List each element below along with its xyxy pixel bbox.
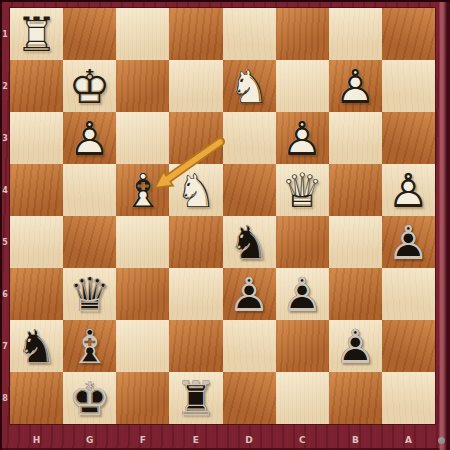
square-d1[interactable] [223,8,276,60]
square-f1[interactable] [116,8,169,60]
square-g3[interactable]: ♟♙ [63,112,116,164]
white-pawn[interactable]: ♟♙ [382,164,435,216]
black-bishop[interactable]: ♝♗ [63,320,116,372]
white-king[interactable]: ♚♔ [63,60,116,112]
black-knight-outline: ♘ [10,320,63,372]
square-f2[interactable] [116,60,169,112]
file-labels: HGFEDCBA [10,424,435,450]
black-queen[interactable]: ♛♕ [63,268,116,320]
file-label-g: G [63,424,116,450]
square-a1[interactable] [382,8,435,60]
square-g6[interactable]: ♛♕ [63,268,116,320]
chess-board: ♜♖♚♔♞♘♟♙♟♙♟♙♝♗♞♘♛♕♟♙♞♘♟♙♛♕♟♙♟♙♞♘♝♗♟♙♚♔♜♖ [10,8,435,424]
white-pawn[interactable]: ♟♙ [329,60,382,112]
white-queen[interactable]: ♛♕ [276,164,329,216]
square-e8[interactable]: ♜♖ [169,372,222,424]
square-f7[interactable] [116,320,169,372]
square-g7[interactable]: ♝♗ [63,320,116,372]
square-h5[interactable] [10,216,63,268]
black-king[interactable]: ♚♔ [63,372,116,424]
square-h2[interactable] [10,60,63,112]
square-c5[interactable] [276,216,329,268]
square-e4[interactable]: ♞♘ [169,164,222,216]
white-queen-outline: ♕ [276,164,329,216]
square-d2[interactable]: ♞♘ [223,60,276,112]
white-knight-outline: ♘ [169,164,222,216]
square-f3[interactable] [116,112,169,164]
square-h1[interactable]: ♜♖ [10,8,63,60]
white-pawn[interactable]: ♟♙ [63,112,116,164]
white-pawn-outline: ♙ [329,60,382,112]
square-b8[interactable] [329,372,382,424]
black-queen-outline: ♕ [63,268,116,320]
square-b7[interactable]: ♟♙ [329,320,382,372]
file-label-e: E [169,424,222,450]
square-a3[interactable] [382,112,435,164]
square-b2[interactable]: ♟♙ [329,60,382,112]
rank-label-5: 5 [0,216,10,268]
black-knight[interactable]: ♞♘ [10,320,63,372]
square-a7[interactable] [382,320,435,372]
square-a2[interactable] [382,60,435,112]
square-c8[interactable] [276,372,329,424]
square-g2[interactable]: ♚♔ [63,60,116,112]
black-pawn-outline: ♙ [223,268,276,320]
file-label-c: C [276,424,329,450]
square-b3[interactable] [329,112,382,164]
square-e3[interactable] [169,112,222,164]
square-h4[interactable] [10,164,63,216]
black-knight-outline: ♘ [223,216,276,268]
square-d6[interactable]: ♟♙ [223,268,276,320]
black-pawn[interactable]: ♟♙ [329,320,382,372]
rank-label-6: 6 [0,268,10,320]
white-pawn-outline: ♙ [276,112,329,164]
black-pawn-outline: ♙ [329,320,382,372]
white-rook-outline: ♖ [10,8,63,60]
black-rook[interactable]: ♜♖ [169,372,222,424]
square-e5[interactable] [169,216,222,268]
square-h3[interactable] [10,112,63,164]
rank-label-4: 4 [0,164,10,216]
square-f8[interactable] [116,372,169,424]
corner-dot [438,437,445,444]
square-d3[interactable] [223,112,276,164]
white-pawn[interactable]: ♟♙ [276,112,329,164]
rank-labels: 12345678 [0,8,10,424]
rank-label-1: 1 [0,8,10,60]
rank-label-8: 8 [0,372,10,424]
rank-label-3: 3 [0,112,10,164]
square-g5[interactable] [63,216,116,268]
white-pawn-outline: ♙ [63,112,116,164]
file-label-f: F [116,424,169,450]
white-pawn-outline: ♙ [382,164,435,216]
square-b1[interactable] [329,8,382,60]
square-c4[interactable]: ♛♕ [276,164,329,216]
square-g8[interactable]: ♚♔ [63,372,116,424]
file-label-b: B [329,424,382,450]
chess-board-frame: ♜♖♚♔♞♘♟♙♟♙♟♙♝♗♞♘♛♕♟♙♞♘♟♙♛♕♟♙♟♙♞♘♝♗♟♙♚♔♜♖… [0,0,450,450]
white-king-outline: ♔ [63,60,116,112]
square-e7[interactable] [169,320,222,372]
square-a5[interactable]: ♟♙ [382,216,435,268]
file-label-d: D [223,424,276,450]
square-a8[interactable] [382,372,435,424]
square-c1[interactable] [276,8,329,60]
square-b5[interactable] [329,216,382,268]
white-knight-outline: ♘ [223,60,276,112]
file-label-a: A [382,424,435,450]
black-pawn-outline: ♙ [276,268,329,320]
square-g4[interactable] [63,164,116,216]
white-rook[interactable]: ♜♖ [10,8,63,60]
square-c6[interactable]: ♟♙ [276,268,329,320]
square-h7[interactable]: ♞♘ [10,320,63,372]
white-bishop-outline: ♗ [116,164,169,216]
black-pawn[interactable]: ♟♙ [382,216,435,268]
black-king-outline: ♔ [63,372,116,424]
white-bishop[interactable]: ♝♗ [116,164,169,216]
square-b4[interactable] [329,164,382,216]
black-rook-outline: ♖ [169,372,222,424]
square-c3[interactable]: ♟♙ [276,112,329,164]
square-e6[interactable] [169,268,222,320]
black-bishop-outline: ♗ [63,320,116,372]
square-f5[interactable] [116,216,169,268]
square-b6[interactable] [329,268,382,320]
black-knight[interactable]: ♞♘ [223,216,276,268]
file-label-h: H [10,424,63,450]
square-e2[interactable] [169,60,222,112]
black-pawn[interactable]: ♟♙ [223,268,276,320]
square-d8[interactable] [223,372,276,424]
square-d5[interactable]: ♞♘ [223,216,276,268]
rank-label-7: 7 [0,320,10,372]
black-pawn[interactable]: ♟♙ [276,268,329,320]
square-f4[interactable]: ♝♗ [116,164,169,216]
square-c7[interactable] [276,320,329,372]
square-g1[interactable] [63,8,116,60]
square-h6[interactable] [10,268,63,320]
rank-label-2: 2 [0,60,10,112]
square-a6[interactable] [382,268,435,320]
square-f6[interactable] [116,268,169,320]
square-d4[interactable] [223,164,276,216]
white-knight[interactable]: ♞♘ [169,164,222,216]
white-knight[interactable]: ♞♘ [223,60,276,112]
black-pawn-outline: ♙ [382,216,435,268]
square-a4[interactable]: ♟♙ [382,164,435,216]
square-d7[interactable] [223,320,276,372]
square-e1[interactable] [169,8,222,60]
square-c2[interactable] [276,60,329,112]
square-h8[interactable] [10,372,63,424]
